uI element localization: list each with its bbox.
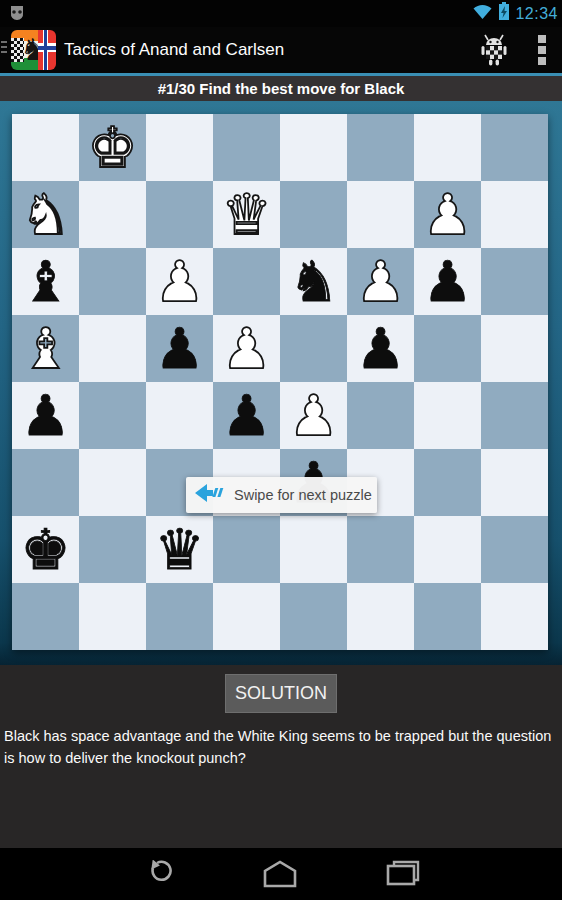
square-e4[interactable]: ♟ — [280, 382, 347, 449]
android-chess-robot-button[interactable] — [466, 27, 522, 73]
square-b3[interactable] — [79, 449, 146, 516]
status-bar: 12:34 — [0, 0, 562, 27]
square-g4[interactable] — [414, 382, 481, 449]
square-f7[interactable] — [347, 181, 414, 248]
square-g8[interactable] — [414, 114, 481, 181]
white-queen-d7: ♛ — [221, 181, 271, 248]
chess-board[interactable]: ♚♞♛♟♝♟♞♟♟♝♟♟♟♟♟♟♟♚♛ — [12, 114, 548, 650]
app-title: Tactics of Anand and Carlsen — [64, 27, 284, 73]
white-pawn-g7: ♟ — [422, 181, 472, 248]
square-a5[interactable]: ♝ — [12, 315, 79, 382]
white-knight-a7: ♞ — [20, 181, 70, 248]
black-pawn-f5: ♟ — [355, 315, 405, 382]
square-h1[interactable] — [481, 583, 548, 650]
square-f5[interactable]: ♟ — [347, 315, 414, 382]
square-h7[interactable] — [481, 181, 548, 248]
square-b6[interactable] — [79, 248, 146, 315]
square-a3[interactable] — [12, 449, 79, 516]
square-h3[interactable] — [481, 449, 548, 516]
square-a1[interactable] — [12, 583, 79, 650]
square-d5[interactable]: ♟ — [213, 315, 280, 382]
square-b5[interactable] — [79, 315, 146, 382]
back-button[interactable] — [120, 848, 200, 900]
white-pawn-e4: ♟ — [288, 382, 338, 449]
app-icon[interactable]: ♞ — [11, 30, 56, 70]
square-e7[interactable] — [280, 181, 347, 248]
clock: 12:34 — [515, 5, 558, 23]
square-b1[interactable] — [79, 583, 146, 650]
navigation-bar — [0, 848, 562, 900]
square-d6[interactable] — [213, 248, 280, 315]
puzzle-header-text: #1/30 Find the best move for Black — [158, 80, 405, 97]
white-king-b8: ♚ — [87, 114, 137, 181]
square-e8[interactable] — [280, 114, 347, 181]
square-b8[interactable]: ♚ — [79, 114, 146, 181]
square-a2[interactable]: ♚ — [12, 516, 79, 583]
square-g1[interactable] — [414, 583, 481, 650]
square-f2[interactable] — [347, 516, 414, 583]
board-frame: ♚♞♛♟♝♟♞♟♟♝♟♟♟♟♟♟♟♚♛ Swipe for next puzzl… — [0, 101, 562, 665]
square-b2[interactable] — [79, 516, 146, 583]
swipe-toast: Swipe for next puzzle — [186, 477, 377, 513]
white-pawn-d5: ♟ — [221, 315, 271, 382]
square-d4[interactable]: ♟ — [213, 382, 280, 449]
battery-charging-icon — [498, 2, 510, 25]
recents-button[interactable] — [363, 848, 443, 900]
square-c8[interactable] — [146, 114, 213, 181]
puzzle-description: Black has space advantage and the White … — [4, 725, 560, 769]
white-pawn-c6: ♟ — [154, 248, 204, 315]
square-c7[interactable] — [146, 181, 213, 248]
square-g7[interactable]: ♟ — [414, 181, 481, 248]
wifi-icon — [472, 2, 493, 25]
square-a4[interactable]: ♟ — [12, 382, 79, 449]
square-g3[interactable] — [414, 449, 481, 516]
square-g5[interactable] — [414, 315, 481, 382]
square-h8[interactable] — [481, 114, 548, 181]
square-d8[interactable] — [213, 114, 280, 181]
square-a8[interactable] — [12, 114, 79, 181]
black-pawn-c5: ♟ — [154, 315, 204, 382]
black-bishop-a6: ♝ — [20, 248, 70, 315]
black-queen-c2: ♛ — [154, 516, 204, 583]
toast-text: Swipe for next puzzle — [234, 487, 372, 503]
cyanogen-mascot-icon — [7, 3, 27, 27]
square-e1[interactable] — [280, 583, 347, 650]
square-f6[interactable]: ♟ — [347, 248, 414, 315]
swipe-left-arrow-icon — [194, 482, 226, 508]
square-h6[interactable] — [481, 248, 548, 315]
square-e2[interactable] — [280, 516, 347, 583]
square-h4[interactable] — [481, 382, 548, 449]
square-c6[interactable]: ♟ — [146, 248, 213, 315]
content-area: SOLUTION Black has space advantage and t… — [0, 665, 562, 848]
white-bishop-a5: ♝ — [20, 315, 70, 382]
square-e5[interactable] — [280, 315, 347, 382]
square-d7[interactable]: ♛ — [213, 181, 280, 248]
solution-button[interactable]: SOLUTION — [225, 674, 337, 713]
square-c4[interactable] — [146, 382, 213, 449]
square-c2[interactable]: ♛ — [146, 516, 213, 583]
india-flag: ♞ — [11, 30, 38, 70]
square-h2[interactable] — [481, 516, 548, 583]
square-h5[interactable] — [481, 315, 548, 382]
square-f1[interactable] — [347, 583, 414, 650]
square-e6[interactable]: ♞ — [280, 248, 347, 315]
norway-flag — [38, 30, 56, 70]
black-knight-e6: ♞ — [288, 248, 338, 315]
black-pawn-a4: ♟ — [20, 382, 70, 449]
square-d2[interactable] — [213, 516, 280, 583]
square-b7[interactable] — [79, 181, 146, 248]
black-king-a2: ♚ — [20, 516, 70, 583]
black-pawn-g6: ♟ — [422, 248, 472, 315]
square-d1[interactable] — [213, 583, 280, 650]
square-g6[interactable]: ♟ — [414, 248, 481, 315]
black-pawn-d4: ♟ — [221, 382, 271, 449]
action-bar: ♞ Tactics of Anand and Carlsen — [0, 27, 562, 73]
square-a7[interactable]: ♞ — [12, 181, 79, 248]
square-c5[interactable]: ♟ — [146, 315, 213, 382]
square-b4[interactable] — [79, 382, 146, 449]
square-c1[interactable] — [146, 583, 213, 650]
screen: 12:34 ♞ Tactics of Anand and Carlsen — [0, 0, 562, 900]
square-f8[interactable] — [347, 114, 414, 181]
drawer-handle-icon[interactable] — [1, 41, 7, 53]
overflow-menu-button[interactable] — [522, 27, 562, 73]
square-g2[interactable] — [414, 516, 481, 583]
puzzle-header: #1/30 Find the best move for Black — [0, 76, 562, 101]
square-f4[interactable] — [347, 382, 414, 449]
square-a6[interactable]: ♝ — [12, 248, 79, 315]
home-button[interactable] — [240, 848, 320, 900]
white-pawn-f6: ♟ — [355, 248, 405, 315]
